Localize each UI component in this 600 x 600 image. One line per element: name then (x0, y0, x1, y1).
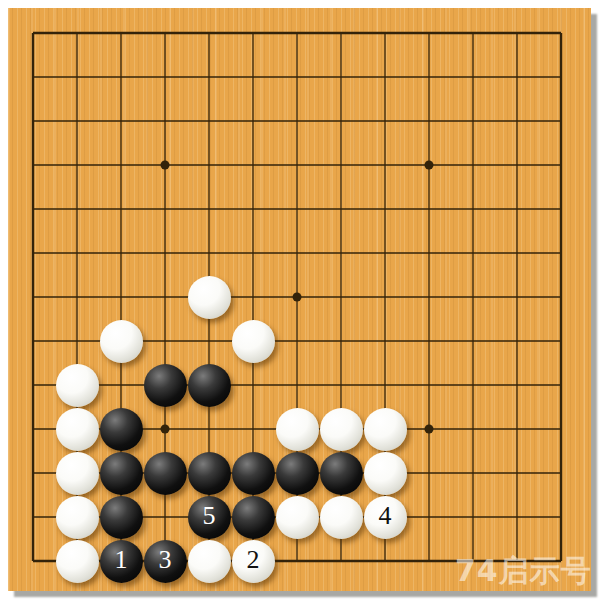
watermark: 74启示号 (455, 551, 592, 592)
page: 54132 74启示号 (0, 0, 600, 600)
white-stone (56, 496, 99, 539)
black-stone (144, 452, 187, 495)
move-number: 2 (247, 547, 260, 573)
white-stone: 2 (232, 540, 275, 583)
black-stone (276, 452, 319, 495)
white-stone (56, 452, 99, 495)
white-stone (364, 452, 407, 495)
move-number: 3 (159, 547, 172, 573)
black-stone (320, 452, 363, 495)
black-stone (100, 408, 143, 451)
white-stone: 4 (364, 496, 407, 539)
white-stone (364, 408, 407, 451)
white-stone (276, 496, 319, 539)
black-stone (188, 364, 231, 407)
white-stone (188, 540, 231, 583)
board-stones-grid: 54132 (11, 11, 583, 583)
white-stone (188, 276, 231, 319)
go-board: 54132 (8, 8, 591, 591)
move-number: 4 (379, 503, 392, 529)
white-stone (320, 408, 363, 451)
white-stone (100, 320, 143, 363)
white-stone (232, 320, 275, 363)
white-stone (56, 540, 99, 583)
black-stone (232, 452, 275, 495)
move-number: 1 (115, 547, 128, 573)
move-number: 5 (203, 503, 216, 529)
black-stone (100, 496, 143, 539)
white-stone (276, 408, 319, 451)
white-stone (320, 496, 363, 539)
white-stone (56, 364, 99, 407)
white-stone (56, 408, 99, 451)
black-stone: 5 (188, 496, 231, 539)
black-stone (232, 496, 275, 539)
black-stone (100, 452, 143, 495)
black-stone (188, 452, 231, 495)
black-stone: 1 (100, 540, 143, 583)
black-stone (144, 364, 187, 407)
black-stone: 3 (144, 540, 187, 583)
